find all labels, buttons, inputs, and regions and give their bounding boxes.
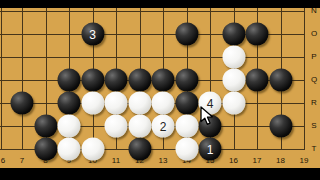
row-label-O: O [311, 30, 317, 38]
move-number-2: 2 [160, 120, 167, 132]
stone-black-10Q[interactable] [81, 69, 104, 92]
stone-black-9Q[interactable] [58, 69, 81, 92]
stone-white-11R[interactable] [105, 92, 128, 115]
stone-white-12R[interactable] [128, 92, 151, 115]
video-frame: 678910111213141516171819NOPQRST3142 [0, 0, 320, 180]
stone-black-15T[interactable]: 1 [199, 138, 222, 161]
stone-black-9R[interactable] [58, 92, 81, 115]
column-label-11: 11 [112, 157, 120, 165]
stone-black-12Q[interactable] [128, 69, 151, 92]
stone-white-13S[interactable]: 2 [152, 115, 175, 138]
go-board[interactable]: 678910111213141516171819NOPQRST3142 [0, 8, 320, 168]
stone-white-10T[interactable] [81, 138, 104, 161]
grid-line-vertical-19 [304, 8, 305, 149]
stone-black-14Q[interactable] [175, 69, 198, 92]
row-label-T: T [312, 145, 317, 153]
stone-black-16O[interactable] [222, 23, 245, 46]
stone-white-11S[interactable] [105, 115, 128, 138]
letterbox-top [0, 0, 320, 8]
column-label-13: 13 [159, 157, 168, 165]
row-label-S: S [311, 122, 316, 130]
stone-white-14T[interactable] [175, 138, 198, 161]
stone-white-13R[interactable] [152, 92, 175, 115]
stone-white-16P[interactable] [222, 46, 245, 69]
stone-black-8S[interactable] [34, 115, 57, 138]
row-label-R: R [311, 99, 317, 107]
letterbox-bottom [0, 168, 320, 180]
grid-line-horizontal-N [0, 11, 305, 12]
stone-black-7R[interactable] [11, 92, 34, 115]
move-number-1: 1 [207, 143, 214, 155]
stone-black-14O[interactable] [175, 23, 198, 46]
row-label-P: P [311, 53, 316, 61]
column-label-19: 19 [300, 157, 309, 165]
stone-white-10R[interactable] [81, 92, 104, 115]
stone-white-16R[interactable] [222, 92, 245, 115]
column-label-17: 17 [253, 157, 262, 165]
stone-black-13Q[interactable] [152, 69, 175, 92]
stone-black-11Q[interactable] [105, 69, 128, 92]
stone-white-16Q[interactable] [222, 69, 245, 92]
column-label-7: 7 [20, 157, 24, 165]
row-label-Q: Q [311, 76, 317, 84]
stone-black-18Q[interactable] [269, 69, 292, 92]
row-label-N: N [311, 8, 317, 15]
stone-black-17Q[interactable] [246, 69, 269, 92]
mouse-cursor-icon [200, 106, 214, 130]
stone-white-9T[interactable] [58, 138, 81, 161]
grid-line-vertical-7 [22, 8, 23, 149]
stone-black-12T[interactable] [128, 138, 151, 161]
column-label-6: 6 [1, 157, 5, 165]
grid-line-horizontal-P [0, 57, 305, 58]
stone-black-14R[interactable] [175, 92, 198, 115]
stone-black-10O[interactable]: 3 [81, 23, 104, 46]
stone-white-14S[interactable] [175, 115, 198, 138]
stone-black-18S[interactable] [269, 115, 292, 138]
column-label-18: 18 [276, 157, 285, 165]
stone-white-12S[interactable] [128, 115, 151, 138]
column-label-16: 16 [229, 157, 238, 165]
move-number-3: 3 [89, 28, 96, 40]
stone-black-8T[interactable] [34, 138, 57, 161]
stone-white-9S[interactable] [58, 115, 81, 138]
stone-black-17O[interactable] [246, 23, 269, 46]
grid-line-vertical-6 [1, 8, 2, 149]
